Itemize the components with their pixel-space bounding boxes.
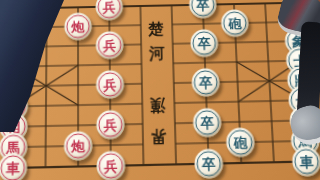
piece-red-車[interactable]: 車 (0, 153, 27, 180)
piece-black-卒[interactable]: 卒 (191, 68, 220, 97)
piece-red-兵[interactable]: 兵 (96, 0, 123, 21)
street-xiangqi-photo: 楚 河 漢 界 90中60 車馬相仕帥仕相馬車炮炮兵兵兵兵兵卒卒卒卒卒砲砲車馬象… (0, 0, 320, 180)
piece-black-卒[interactable]: 卒 (189, 0, 217, 19)
piece-black-卒[interactable]: 卒 (190, 29, 218, 57)
piece-red-兵[interactable]: 兵 (96, 70, 124, 99)
piece-red-兵[interactable]: 兵 (96, 110, 124, 140)
piece-black-砲[interactable]: 砲 (226, 127, 256, 157)
piece-red-兵[interactable]: 兵 (96, 31, 124, 59)
piece-red-兵[interactable]: 兵 (97, 151, 126, 180)
piece-red-炮[interactable]: 炮 (64, 13, 91, 41)
piece-black-砲[interactable]: 砲 (221, 9, 250, 37)
piece-black-卒[interactable]: 卒 (193, 108, 222, 137)
piece-black-車[interactable]: 車 (291, 147, 320, 177)
piece-red-炮[interactable]: 炮 (64, 131, 92, 161)
piece-black-卒[interactable]: 卒 (194, 149, 224, 179)
